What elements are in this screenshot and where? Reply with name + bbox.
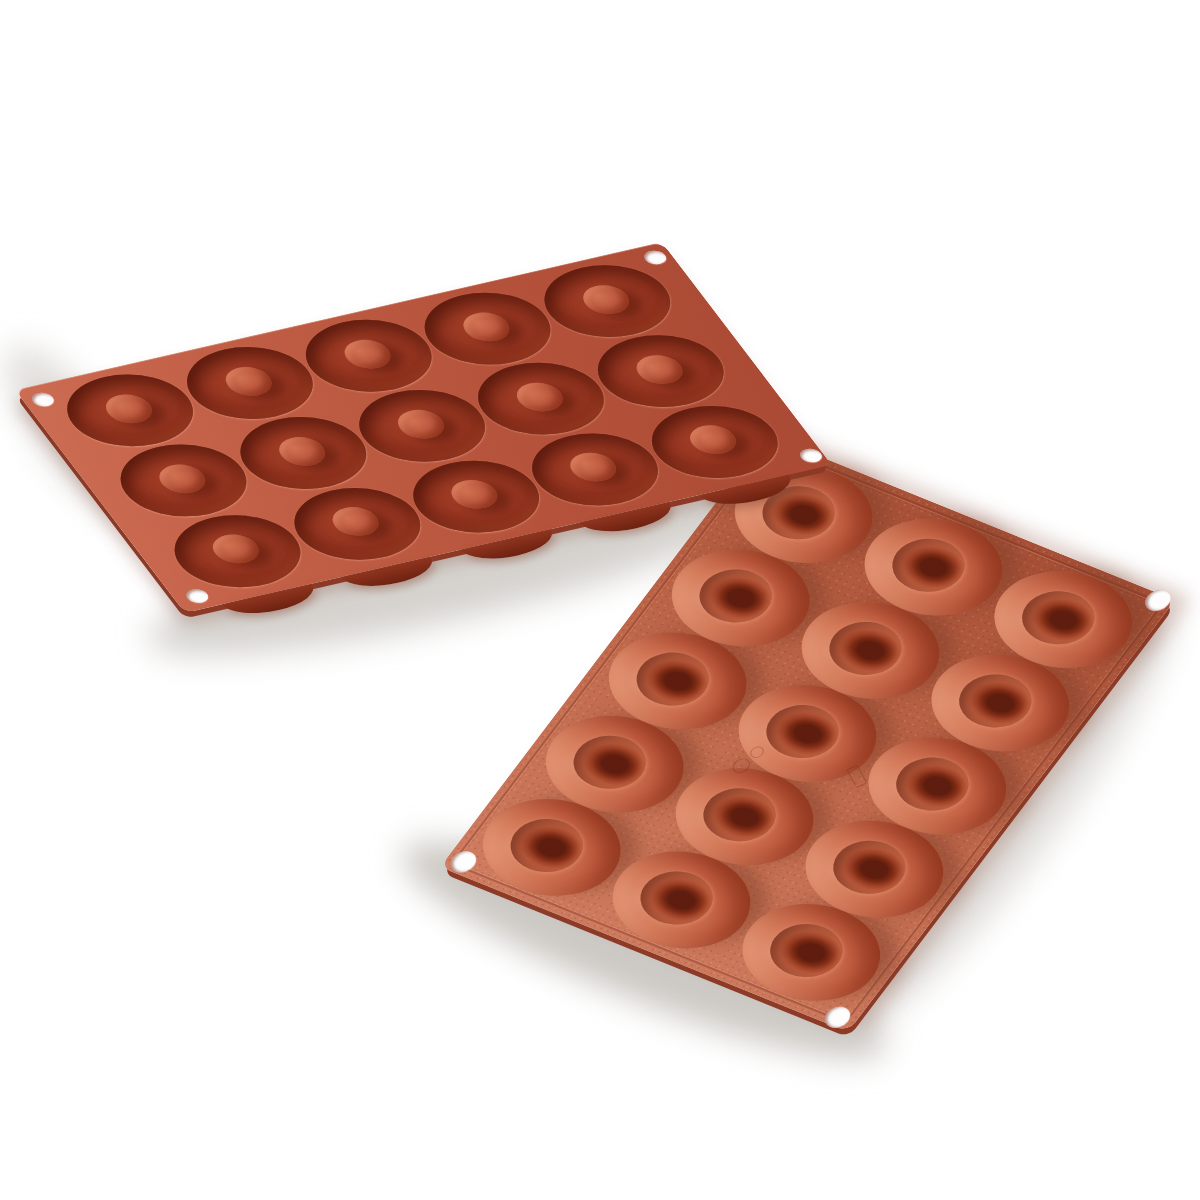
bump-center-hole	[879, 529, 978, 601]
cavity-center-post	[563, 449, 625, 485]
cavity-center-post	[509, 379, 571, 415]
cavity-center-post	[390, 406, 452, 442]
cavity-center-post	[98, 390, 160, 426]
bump-center-hole	[627, 862, 726, 934]
bump-center-hole	[623, 643, 722, 715]
hanging-hole	[796, 447, 825, 464]
cavity-center-post	[217, 363, 279, 399]
cavity-center-post	[271, 433, 333, 469]
cavity-center-post	[629, 351, 691, 387]
cavity-center-post	[205, 531, 267, 567]
bump-center-hole	[753, 695, 852, 767]
bump-center-hole	[816, 612, 915, 684]
cavity-center-post	[152, 461, 214, 497]
bump-center-hole	[690, 779, 789, 851]
cavity-center-post	[682, 422, 744, 458]
bump-center-hole	[686, 560, 785, 632]
bump-center-hole	[820, 831, 919, 903]
bump-center-hole	[946, 665, 1045, 737]
cavity-center-post	[325, 504, 387, 540]
bump-center-hole	[1009, 581, 1108, 653]
cavity-center-post	[575, 281, 637, 317]
photo-stage	[0, 0, 1200, 1200]
cavity-center-post	[444, 476, 506, 512]
bump-center-hole	[757, 914, 856, 986]
bump-center-hole	[560, 726, 659, 798]
cavity-center-post	[456, 308, 518, 344]
bump-center-hole	[883, 748, 982, 820]
bump-center-hole	[497, 809, 596, 881]
cavity-center-post	[336, 336, 398, 372]
